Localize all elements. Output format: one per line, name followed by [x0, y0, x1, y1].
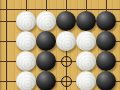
stone-black[interactable]: [76, 11, 96, 31]
stone-black[interactable]: [96, 11, 116, 31]
stone-white[interactable]: [16, 71, 36, 90]
stone-black[interactable]: [96, 71, 116, 90]
stone-white[interactable]: [36, 11, 56, 31]
stone-white[interactable]: [56, 31, 76, 51]
stone-white[interactable]: [76, 51, 96, 71]
grid-line-vertical-0: [6, 0, 7, 90]
stone-black[interactable]: [96, 31, 116, 51]
stone-white[interactable]: [76, 31, 96, 51]
stone-black[interactable]: [56, 11, 76, 31]
stone-black[interactable]: [36, 51, 56, 71]
stone-white[interactable]: [16, 51, 36, 71]
go-board[interactable]: [0, 0, 120, 90]
grid-line-horizontal-0: [0, 9, 120, 10]
stone-black[interactable]: [36, 31, 56, 51]
stone-white[interactable]: [16, 31, 36, 51]
circle-marker[interactable]: [61, 56, 72, 67]
stone-black[interactable]: [96, 51, 116, 71]
circle-marker[interactable]: [61, 76, 72, 87]
stone-white[interactable]: [76, 71, 96, 90]
stone-black[interactable]: [36, 71, 56, 90]
stone-white[interactable]: [16, 11, 36, 31]
